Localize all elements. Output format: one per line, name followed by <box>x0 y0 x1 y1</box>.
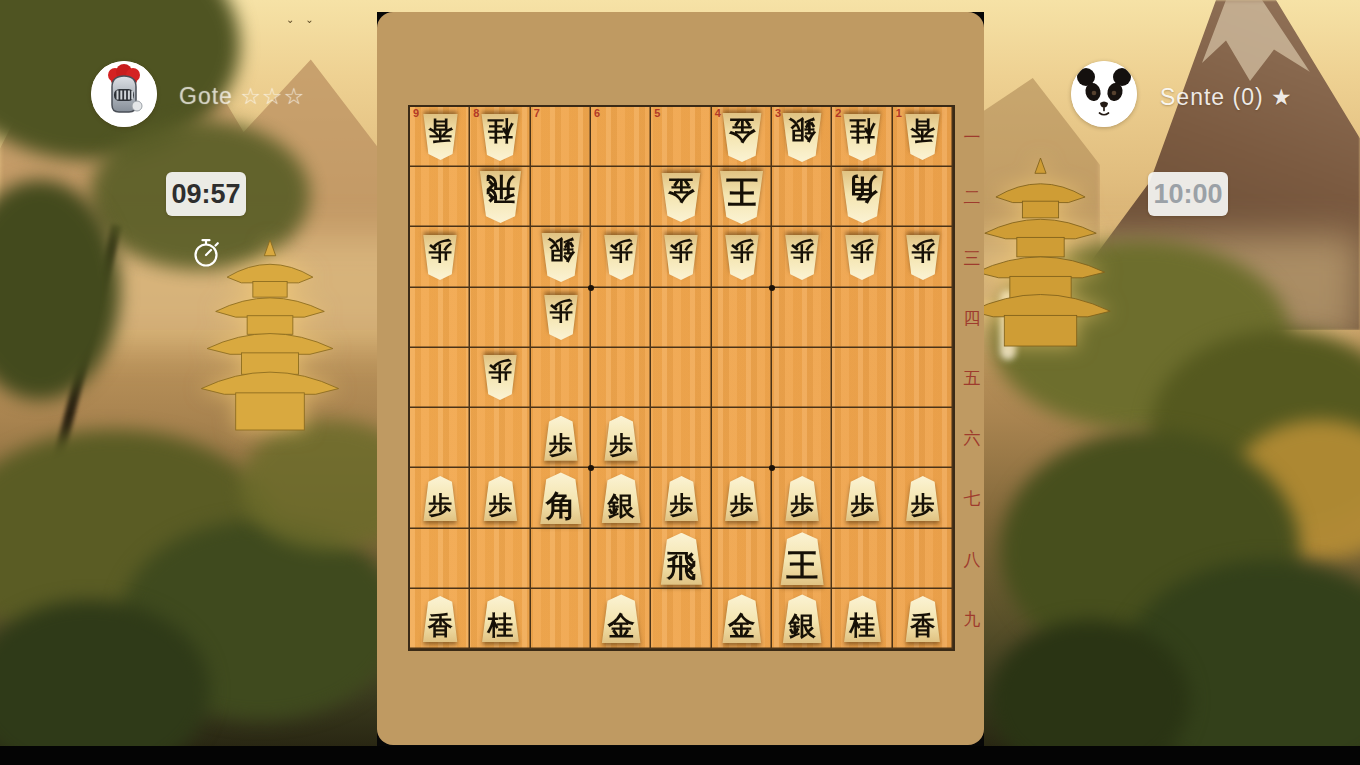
hoshi-dot <box>588 285 594 291</box>
board-square-9四[interactable] <box>410 288 470 348</box>
piece-body: 金 <box>720 594 764 643</box>
shogi-piece-gote[interactable]: 歩 <box>723 235 761 280</box>
piece-body: 王 <box>778 532 827 585</box>
piece-kanji: 歩 <box>911 493 935 521</box>
board-square-5二[interactable]: 金 <box>651 167 711 227</box>
piece-body: 歩 <box>542 295 580 340</box>
bottom-black-bar <box>0 746 1360 765</box>
board-square-1八[interactable] <box>893 529 953 589</box>
board-square-2四[interactable] <box>832 288 892 348</box>
panda-face-icon <box>1071 61 1137 127</box>
gote-clock: 09:57 <box>166 172 246 216</box>
board-square-3四[interactable] <box>772 288 832 348</box>
piece-kanji: 歩 <box>730 235 754 263</box>
shogi-piece-gote[interactable]: 歩 <box>602 235 640 280</box>
shogi-piece-gote[interactable]: 銀 <box>539 233 583 282</box>
shogi-piece-gote[interactable]: 王 <box>717 171 766 224</box>
board-square-9三[interactable]: 歩 <box>410 227 470 287</box>
piece-kanji: 飛 <box>666 550 696 585</box>
rank-label-九: 九 <box>959 608 985 631</box>
piece-body: 飛 <box>477 171 524 223</box>
board-square-8八[interactable] <box>470 529 530 589</box>
shogi-piece-sente[interactable]: 飛 <box>658 533 705 585</box>
piece-kanji: 歩 <box>428 493 452 521</box>
gote-avatar <box>91 61 157 127</box>
piece-body: 金 <box>599 594 643 643</box>
piece-kanji: 歩 <box>549 433 573 461</box>
file-label-7: 7 <box>534 107 540 119</box>
shogi-piece-gote[interactable]: 金 <box>659 173 703 222</box>
piece-kanji: 桂 <box>849 612 875 642</box>
piece-body: 桂 <box>841 114 883 161</box>
board-square-5五[interactable] <box>651 348 711 408</box>
piece-kanji: 歩 <box>850 493 874 521</box>
board-square-2九[interactable]: 桂 <box>832 589 892 649</box>
board-square-2三[interactable]: 歩 <box>832 227 892 287</box>
shogi-piece-sente[interactable]: 角 <box>537 472 584 524</box>
board-square-4六[interactable] <box>712 408 772 468</box>
shogi-piece-gote[interactable]: 歩 <box>783 235 821 280</box>
piece-kanji: 角 <box>546 490 576 525</box>
shogi-piece-gote[interactable]: 銀 <box>780 113 824 162</box>
knight-helmet-icon <box>91 61 157 127</box>
board-square-2五[interactable] <box>832 348 892 408</box>
board-square-6二[interactable] <box>591 167 651 227</box>
piece-body: 歩 <box>421 235 459 280</box>
shogi-piece-gote[interactable]: 桂 <box>479 114 521 161</box>
board-square-1九[interactable]: 香 <box>893 589 953 649</box>
piece-kanji: 香 <box>910 613 935 642</box>
board-square-2七[interactable]: 歩 <box>832 468 892 528</box>
waterfall <box>1000 290 1016 360</box>
file-label-1: 1 <box>896 107 902 119</box>
board-square-4五[interactable] <box>712 348 772 408</box>
rank-label-一: 一 <box>959 126 985 149</box>
board-square-8四[interactable] <box>470 288 530 348</box>
rank-label-八: 八 <box>959 548 985 571</box>
shogi-piece-sente[interactable]: 歩 <box>904 476 942 521</box>
rank-label-三: 三 <box>959 247 985 270</box>
board-square-5九[interactable] <box>651 589 711 649</box>
piece-body: 歩 <box>662 476 700 521</box>
board-square-7六[interactable]: 歩 <box>531 408 591 468</box>
board-square-7九[interactable] <box>531 589 591 649</box>
shogi-piece-sente[interactable]: 歩 <box>723 476 761 521</box>
piece-kanji: 歩 <box>911 235 935 263</box>
piece-kanji: 金 <box>728 113 755 144</box>
board-square-7四[interactable]: 歩 <box>531 288 591 348</box>
shogi-piece-sente[interactable]: 金 <box>720 594 764 643</box>
board-square-4八[interactable] <box>712 529 772 589</box>
shogi-piece-sente[interactable]: 歩 <box>542 416 580 461</box>
board-square-3三[interactable]: 歩 <box>772 227 832 287</box>
board-square-8三[interactable] <box>470 227 530 287</box>
board-square-8七[interactable]: 歩 <box>470 468 530 528</box>
shogi-piece-sente[interactable]: 歩 <box>783 476 821 521</box>
shogi-game-screen: ⌄ ⌄ <box>0 0 1360 765</box>
piece-kanji: 銀 <box>789 612 816 643</box>
board-square-4二[interactable]: 王 <box>712 167 772 227</box>
board-square-6八[interactable] <box>591 529 651 589</box>
board-square-6六[interactable]: 歩 <box>591 408 651 468</box>
board-square-8五[interactable]: 歩 <box>470 348 530 408</box>
piece-kanji: 香 <box>428 114 453 143</box>
shogi-piece-sente[interactable]: 銀 <box>780 594 824 643</box>
sente-name: Sente (0) ★ <box>1160 84 1293 111</box>
piece-kanji: 角 <box>847 171 877 206</box>
board-square-5八[interactable]: 飛 <box>651 529 711 589</box>
board-square-8六[interactable] <box>470 408 530 468</box>
piece-body: 歩 <box>843 476 881 521</box>
rank-label-四: 四 <box>959 307 985 330</box>
board-square-5四[interactable] <box>651 288 711 348</box>
piece-kanji: 金 <box>728 612 755 643</box>
board-square-3九[interactable]: 銀 <box>772 589 832 649</box>
board-square-1三[interactable]: 歩 <box>893 227 953 287</box>
board-square-7五[interactable] <box>531 348 591 408</box>
file-label-3: 3 <box>775 107 781 119</box>
file-label-4: 4 <box>715 107 721 119</box>
board-square-1五[interactable] <box>893 348 953 408</box>
sente-avatar <box>1071 61 1137 127</box>
stopwatch-icon <box>190 237 222 269</box>
board-square-6五[interactable] <box>591 348 651 408</box>
piece-body: 歩 <box>723 235 761 280</box>
board-square-6七[interactable]: 銀 <box>591 468 651 528</box>
piece-kanji: 桂 <box>487 612 513 642</box>
piece-kanji: 歩 <box>669 235 693 263</box>
piece-body: 金 <box>659 173 703 222</box>
file-label-5: 5 <box>654 107 660 119</box>
piece-body: 銀 <box>539 233 583 282</box>
piece-body: 歩 <box>421 476 459 521</box>
board-square-1七[interactable]: 歩 <box>893 468 953 528</box>
board-square-6九[interactable]: 金 <box>591 589 651 649</box>
piece-body: 歩 <box>723 476 761 521</box>
board-square-7七[interactable]: 角 <box>531 468 591 528</box>
mountains-left <box>0 0 420 330</box>
piece-body: 歩 <box>481 355 519 400</box>
piece-kanji: 香 <box>910 114 935 143</box>
sente-clock: 10:00 <box>1148 172 1228 216</box>
shogi-piece-sente[interactable]: 王 <box>778 532 827 585</box>
shogi-piece-sente[interactable]: 歩 <box>662 476 700 521</box>
shogi-piece-gote[interactable]: 歩 <box>843 235 881 280</box>
tree-trunk <box>32 224 122 547</box>
board-square-3八[interactable]: 王 <box>772 529 832 589</box>
shogi-piece-gote[interactable]: 飛 <box>477 171 524 223</box>
piece-body: 銀 <box>780 113 824 162</box>
piece-kanji: 桂 <box>849 114 875 144</box>
shogi-piece-sente[interactable]: 歩 <box>481 476 519 521</box>
piece-kanji: 歩 <box>669 493 693 521</box>
shogi-piece-gote[interactable]: 金 <box>720 113 764 162</box>
board-square-1六[interactable] <box>893 408 953 468</box>
shogi-piece-sente[interactable]: 香 <box>903 596 942 642</box>
piece-body: 角 <box>537 472 584 524</box>
shogi-piece-sente[interactable]: 歩 <box>843 476 881 521</box>
piece-kanji: 歩 <box>790 235 814 263</box>
piece-body: 歩 <box>602 235 640 280</box>
piece-kanji: 歩 <box>549 295 573 323</box>
rank-label-二: 二 <box>959 186 985 209</box>
piece-body: 飛 <box>658 533 705 585</box>
piece-body: 角 <box>839 171 886 223</box>
board-square-6三[interactable]: 歩 <box>591 227 651 287</box>
board-square-2二[interactable]: 角 <box>832 167 892 227</box>
file-label-6: 6 <box>594 107 600 119</box>
board-square-1二[interactable] <box>893 167 953 227</box>
piece-body: 香 <box>903 114 942 160</box>
board-square-5三[interactable]: 歩 <box>651 227 711 287</box>
mountain-peak-right <box>1060 0 1360 330</box>
piece-body: 歩 <box>783 235 821 280</box>
piece-kanji: 王 <box>726 171 758 208</box>
shogi-piece-sente[interactable]: 歩 <box>421 476 459 521</box>
board-square-2八[interactable] <box>832 529 892 589</box>
pagoda-left <box>195 240 345 440</box>
piece-kanji: 歩 <box>609 433 633 461</box>
board-square-3六[interactable] <box>772 408 832 468</box>
board-square-9二[interactable] <box>410 167 470 227</box>
piece-body: 香 <box>903 596 942 642</box>
piece-body: 銀 <box>780 594 824 643</box>
piece-body: 金 <box>720 113 764 162</box>
piece-kanji: 香 <box>428 613 453 642</box>
file-label-8: 8 <box>473 107 479 119</box>
board-square-7八[interactable] <box>531 529 591 589</box>
board-square-9八[interactable] <box>410 529 470 589</box>
board-square-7二[interactable] <box>531 167 591 227</box>
piece-kanji: 歩 <box>609 235 633 263</box>
piece-kanji: 銀 <box>547 233 574 264</box>
piece-kanji: 桂 <box>487 114 513 144</box>
piece-kanji: 歩 <box>730 493 754 521</box>
piece-kanji: 銀 <box>789 113 816 144</box>
rank-label-五: 五 <box>959 367 985 390</box>
piece-kanji: 銀 <box>608 492 635 523</box>
board-square-4三[interactable]: 歩 <box>712 227 772 287</box>
piece-body: 歩 <box>542 416 580 461</box>
piece-body: 歩 <box>662 235 700 280</box>
shogi-piece-gote[interactable]: 歩 <box>481 355 519 400</box>
shogi-piece-gote[interactable]: 角 <box>839 171 886 223</box>
piece-kanji: 飛 <box>485 171 515 206</box>
board-square-9七[interactable]: 歩 <box>410 468 470 528</box>
shogi-piece-gote[interactable]: 歩 <box>662 235 700 280</box>
piece-body: 王 <box>717 171 766 224</box>
board-square-3七[interactable]: 歩 <box>772 468 832 528</box>
shogi-piece-sente[interactable]: 香 <box>421 596 460 642</box>
board-square-6四[interactable] <box>591 288 651 348</box>
piece-body: 桂 <box>841 595 883 642</box>
piece-body: 歩 <box>904 476 942 521</box>
board-square-9六[interactable] <box>410 408 470 468</box>
board-square-1四[interactable] <box>893 288 953 348</box>
board-square-4七[interactable]: 歩 <box>712 468 772 528</box>
board-square-8二[interactable]: 飛 <box>470 167 530 227</box>
shogi-piece-gote[interactable]: 桂 <box>841 114 883 161</box>
piece-kanji: 歩 <box>850 235 874 263</box>
board-square-9五[interactable] <box>410 348 470 408</box>
shogi-piece-gote[interactable]: 香 <box>903 114 942 160</box>
piece-kanji: 歩 <box>790 493 814 521</box>
piece-body: 歩 <box>904 235 942 280</box>
shogi-piece-sente[interactable]: 歩 <box>602 416 640 461</box>
board-square-9九[interactable]: 香 <box>410 589 470 649</box>
board-square-8九[interactable]: 桂 <box>470 589 530 649</box>
piece-body: 歩 <box>843 235 881 280</box>
board-square-2六[interactable] <box>832 408 892 468</box>
piece-kanji: 王 <box>786 549 818 586</box>
piece-body: 歩 <box>783 476 821 521</box>
file-label-9: 9 <box>413 107 419 119</box>
snowcap <box>1190 0 1310 90</box>
hoshi-dot <box>769 285 775 291</box>
file-label-2: 2 <box>835 107 841 119</box>
shogi-piece-sente[interactable]: 桂 <box>841 595 883 642</box>
shogi-piece-sente[interactable]: 金 <box>599 594 643 643</box>
board-square-4九[interactable]: 金 <box>712 589 772 649</box>
rank-label-七: 七 <box>959 487 985 510</box>
board-square-5七[interactable]: 歩 <box>651 468 711 528</box>
shogi-piece-gote[interactable]: 歩 <box>904 235 942 280</box>
board-square-3二[interactable] <box>772 167 832 227</box>
piece-body: 桂 <box>479 114 521 161</box>
piece-kanji: 金 <box>668 173 695 204</box>
piece-kanji: 歩 <box>488 493 512 521</box>
piece-body: 歩 <box>602 416 640 461</box>
rank-label-六: 六 <box>959 427 985 450</box>
pagoda-right <box>968 158 1113 353</box>
board-square-5六[interactable] <box>651 408 711 468</box>
board-square-7三[interactable]: 銀 <box>531 227 591 287</box>
board-square-4四[interactable] <box>712 288 772 348</box>
shogi-piece-gote[interactable]: 歩 <box>542 295 580 340</box>
shogi-board-grid: 香桂金銀桂香飛金王角歩銀歩歩歩歩歩歩歩歩歩歩歩歩角銀歩歩歩歩歩飛王香桂金金銀桂香 <box>408 105 955 651</box>
shogi-piece-sente[interactable]: 銀 <box>599 474 643 523</box>
board-square-3五[interactable] <box>772 348 832 408</box>
piece-kanji: 歩 <box>428 235 452 263</box>
piece-body: 銀 <box>599 474 643 523</box>
gote-name: Gote ☆☆☆ <box>179 83 305 110</box>
shogi-piece-sente[interactable]: 桂 <box>479 595 521 642</box>
piece-body: 香 <box>421 114 460 160</box>
piece-kanji: 金 <box>608 612 635 643</box>
shogi-piece-gote[interactable]: 香 <box>421 114 460 160</box>
piece-kanji: 歩 <box>488 355 512 383</box>
piece-body: 桂 <box>479 595 521 642</box>
piece-body: 歩 <box>481 476 519 521</box>
shogi-piece-gote[interactable]: 歩 <box>421 235 459 280</box>
birds: ⌄ ⌄ <box>286 14 318 25</box>
piece-body: 香 <box>421 596 460 642</box>
